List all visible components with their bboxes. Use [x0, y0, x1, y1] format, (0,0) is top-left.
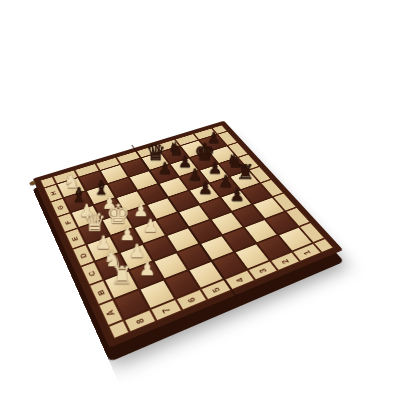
file-label-text: D — [78, 252, 89, 260]
rank-label-text: 3 — [257, 267, 268, 274]
white-pawn[interactable]: ♟ — [142, 217, 158, 235]
file-label-text: H — [48, 190, 58, 196]
rank-label-text: 1 — [301, 249, 312, 255]
white-pawn[interactable]: ♟ — [139, 259, 156, 278]
black-pawn[interactable]: ♟ — [230, 187, 245, 204]
chess-board-wrap: H♞♛♞♟G♝♝♟♟♚F♟♟♟♟♞E♛♚♟♟♟♜D♟♟♟♟C♞♟B♜♟A8765… — [33, 121, 343, 348]
rank-label-text: 8 — [134, 317, 146, 325]
black-rook[interactable]: ♜ — [236, 162, 255, 183]
file-label-text: B — [95, 288, 107, 296]
rank-label-text: 2 — [280, 258, 291, 265]
black-pawn[interactable]: ♟ — [198, 180, 213, 196]
white-rook[interactable]: ♜ — [111, 263, 133, 288]
file-label-text: E — [70, 235, 81, 242]
rank-label-text: 6 — [186, 296, 198, 304]
rank-label-text: 5 — [210, 286, 221, 293]
rank-label-7: 7 — [150, 299, 183, 322]
chess-board: H♞♛♞♟G♝♝♟♟♚F♟♟♟♟♞E♛♚♟♟♟♜D♟♟♟♟C♞♟B♜♟A8765… — [40, 125, 334, 339]
rank-label-text: 7 — [160, 306, 172, 314]
file-label-text: G — [55, 204, 66, 211]
file-label-text: A — [104, 308, 116, 317]
brass-clasp-icon — [29, 181, 36, 186]
file-label-text: C — [86, 269, 98, 277]
file-label-text: F — [62, 219, 72, 225]
chess-board-frame: H♞♛♞♟G♝♝♟♟♚F♟♟♟♟♞E♛♚♟♟♟♜D♟♟♟♟C♞♟B♜♟A8765… — [33, 121, 343, 348]
black-pawn[interactable]: ♟ — [158, 161, 172, 177]
rank-label-text: 4 — [234, 276, 245, 283]
product-photo-scene: H♞♛♞♟G♝♝♟♟♚F♟♟♟♟♞E♛♚♟♟♟♜D♟♟♟♟C♞♟B♜♟A8765… — [0, 0, 400, 400]
